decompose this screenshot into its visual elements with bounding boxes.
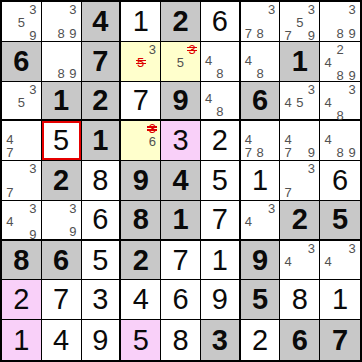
- solved-digit: 1: [212, 246, 228, 275]
- candidate-8: 8: [334, 69, 346, 82]
- cell-r7c6[interactable]: 1: [201, 241, 241, 281]
- candidate-9: 9: [67, 225, 79, 238]
- cell-r7c8[interactable]: 34: [280, 241, 320, 281]
- cell-r8c8[interactable]: 8: [280, 280, 320, 320]
- solved-digit: 5: [212, 166, 228, 195]
- cell-r1c2[interactable]: 389: [42, 2, 82, 42]
- cell-r7c1[interactable]: 8: [2, 241, 42, 281]
- given-digit: 6: [292, 326, 308, 355]
- cell-r5c4[interactable]: 9: [121, 161, 161, 201]
- candidates: 3579: [280, 2, 319, 41]
- given-digit: 9: [252, 246, 268, 275]
- candidate-3: 3: [67, 3, 79, 16]
- cell-r3c7[interactable]: 6: [241, 82, 281, 122]
- cell-r5c2[interactable]: 2: [42, 161, 82, 201]
- candidates: 348: [320, 82, 360, 120]
- cell-r1c1[interactable]: 359: [2, 2, 42, 42]
- candidates: 47: [2, 121, 41, 160]
- cell-r9c8[interactable]: 6: [280, 320, 320, 360]
- cell-r3c9[interactable]: 348: [320, 82, 360, 122]
- cell-r5c1[interactable]: 37: [2, 161, 42, 201]
- candidate-4: 4: [203, 92, 214, 105]
- candidate-3: 3: [67, 202, 79, 215]
- cell-r1c7[interactable]: 378: [241, 2, 281, 42]
- cell-r1c8[interactable]: 3579: [280, 2, 320, 42]
- cell-r6c8[interactable]: 2: [280, 201, 320, 241]
- cell-r7c9[interactable]: 34: [320, 241, 360, 281]
- candidate-9: 9: [67, 67, 79, 80]
- cell-r2c7[interactable]: 48: [241, 42, 281, 82]
- cell-r5c3[interactable]: 8: [82, 161, 122, 201]
- solved-digit: 8: [92, 166, 108, 195]
- cell-r2c3[interactable]: 7: [82, 42, 122, 82]
- solved-digit: 9: [92, 326, 108, 355]
- cell-r4c6[interactable]: 2: [201, 121, 241, 161]
- solved-digit: 6: [332, 166, 348, 195]
- solved-digit: 7: [212, 205, 228, 234]
- cell-r9c3[interactable]: 9: [82, 320, 122, 360]
- solved-digit: 1: [133, 7, 149, 36]
- cell-r6c5[interactable]: 1: [161, 201, 201, 241]
- given-digit: 2: [133, 246, 149, 275]
- candidates: 34: [241, 201, 280, 239]
- cell-r6c4[interactable]: 8: [121, 201, 161, 241]
- candidate-7: 7: [243, 146, 255, 159]
- cell-r4c4[interactable]: 36: [121, 121, 161, 161]
- cell-r5c8[interactable]: 37: [280, 161, 320, 201]
- given-digit: 5: [332, 205, 348, 234]
- candidate-8: 8: [254, 27, 266, 40]
- candidate-7: 7: [4, 146, 16, 159]
- cell-r5c7[interactable]: 1: [241, 161, 281, 201]
- solved-digit: 2: [13, 285, 29, 314]
- cell-r3c1[interactable]: 35: [2, 82, 42, 122]
- cell-r3c2[interactable]: 1: [42, 82, 82, 122]
- candidates: 2489: [320, 42, 360, 81]
- candidate-8: 8: [254, 146, 266, 159]
- cell-r9c9[interactable]: 7: [320, 320, 360, 360]
- candidates: 389: [42, 2, 81, 41]
- candidates: 359: [2, 2, 41, 41]
- cell-r4c5[interactable]: 3: [161, 121, 201, 161]
- cell-r6c3[interactable]: 6: [82, 201, 122, 241]
- candidate-3: 3: [266, 3, 278, 16]
- cell-r2c8[interactable]: 1: [280, 42, 320, 82]
- candidate-3-struck: 3: [186, 43, 198, 56]
- solved-digit: 8: [172, 326, 188, 355]
- candidate-9: 9: [306, 146, 318, 159]
- solved-digit: 6: [172, 285, 188, 314]
- candidate-3: 3: [346, 242, 358, 255]
- candidate-9: 9: [27, 29, 39, 42]
- cell-r8c4[interactable]: 4: [121, 280, 161, 320]
- cell-r4c3[interactable]: 1: [82, 121, 122, 161]
- candidate-8: 8: [334, 27, 346, 40]
- solved-digit: 5: [133, 326, 149, 355]
- cell-r8c1[interactable]: 2: [2, 280, 42, 320]
- candidate-4: 4: [322, 96, 334, 109]
- given-digit: 6: [13, 47, 29, 76]
- candidate-9: 9: [67, 27, 79, 40]
- candidate-4: 4: [322, 133, 334, 146]
- candidate-4: 4: [322, 56, 334, 69]
- cell-r6c9[interactable]: 5: [320, 201, 360, 241]
- given-digit: 1: [292, 47, 308, 76]
- cell-r9c4[interactable]: 5: [121, 320, 161, 360]
- candidate-7: 7: [243, 27, 255, 40]
- cell-r9c5[interactable]: 8: [161, 320, 201, 360]
- given-digit: 2: [292, 205, 308, 234]
- solved-digit: 7: [172, 246, 188, 275]
- candidate-3: 3: [147, 43, 159, 56]
- cell-r3c6[interactable]: 48: [201, 82, 241, 122]
- cell-r6c1[interactable]: 349: [2, 201, 42, 241]
- solved-digit: 2: [252, 326, 268, 355]
- cell-r2c1[interactable]: 6: [2, 42, 42, 82]
- solved-digit: 6: [92, 205, 108, 234]
- cell-r9c6[interactable]: 3: [201, 320, 241, 360]
- cell-r4c8[interactable]: 479: [280, 121, 320, 161]
- cell-r2c5[interactable]: 35: [161, 42, 201, 82]
- cell-r8c6[interactable]: 9: [201, 280, 241, 320]
- candidates: 349: [2, 201, 41, 239]
- candidate-4: 4: [282, 96, 294, 109]
- candidates: 34: [280, 241, 319, 280]
- cell-r8c7[interactable]: 5: [241, 280, 281, 320]
- candidates: 48: [241, 42, 280, 81]
- cell-r3c8[interactable]: 345: [280, 82, 320, 122]
- candidate-9: 9: [27, 228, 39, 241]
- given-digit: 2: [53, 166, 69, 195]
- candidates: 89: [42, 42, 81, 81]
- candidate-6: 6: [147, 135, 159, 148]
- cell-r3c4[interactable]: 7: [121, 82, 161, 122]
- candidate-3: 3: [346, 83, 358, 96]
- solved-digit: 4: [53, 326, 69, 355]
- cell-r2c6[interactable]: 48: [201, 42, 241, 82]
- candidate-4: 4: [203, 54, 214, 67]
- cell-r4c1[interactable]: 47: [2, 121, 42, 161]
- candidates: 36: [121, 121, 160, 160]
- candidate-2: 2: [334, 43, 346, 56]
- given-digit: 4: [92, 7, 108, 36]
- cell-r9c1[interactable]: 1: [2, 320, 42, 360]
- cell-r6c2[interactable]: 39: [42, 201, 82, 241]
- candidates: 35: [161, 42, 200, 81]
- candidate-9: 9: [346, 27, 358, 40]
- given-digit: 9: [133, 166, 149, 195]
- cell-r1c9[interactable]: 389: [320, 2, 360, 42]
- candidate-5: 5: [175, 56, 187, 69]
- candidate-5-struck: 5: [135, 56, 147, 69]
- candidate-3: 3: [306, 162, 318, 175]
- candidate-9: 9: [346, 69, 358, 82]
- solved-digit: 7: [133, 86, 149, 115]
- cell-r7c4[interactable]: 2: [121, 241, 161, 281]
- given-digit: 4: [172, 166, 188, 195]
- solved-digit: 3: [172, 126, 188, 155]
- cell-r3c3[interactable]: 2: [82, 82, 122, 122]
- candidate-8: 8: [55, 27, 67, 40]
- cell-r9c2[interactable]: 4: [42, 320, 82, 360]
- candidates: 479: [280, 121, 319, 160]
- solved-digit: 1: [13, 326, 29, 355]
- candidate-5: 5: [16, 96, 28, 109]
- cell-r5c5[interactable]: 4: [161, 161, 201, 201]
- solved-digit: 1: [252, 166, 268, 195]
- solved-digit: 3: [92, 285, 108, 314]
- candidates: 48: [201, 82, 239, 120]
- cell-r1c3[interactable]: 4: [82, 2, 122, 42]
- given-digit: 6: [53, 246, 69, 275]
- candidates: 34: [320, 241, 360, 280]
- given-digit: 9: [172, 86, 188, 115]
- cell-r7c2[interactable]: 6: [42, 241, 82, 281]
- candidate-8: 8: [334, 109, 346, 122]
- candidates: 389: [320, 2, 360, 41]
- candidate-8: 8: [254, 67, 266, 80]
- cell-r6c7[interactable]: 34: [241, 201, 281, 241]
- candidate-3: 3: [27, 83, 39, 96]
- given-digit: 1: [53, 86, 69, 115]
- candidates: 35: [2, 82, 41, 120]
- cell-r2c2[interactable]: 89: [42, 42, 82, 82]
- candidate-5: 5: [294, 96, 306, 109]
- candidate-3: 3: [306, 3, 318, 16]
- candidate-5: 5: [16, 16, 28, 29]
- candidate-4: 4: [243, 54, 255, 67]
- cell-r9c7[interactable]: 2: [241, 320, 281, 360]
- cell-r4c2[interactable]: 5: [42, 121, 82, 161]
- candidate-4: 4: [322, 255, 334, 268]
- given-digit: 5: [252, 285, 268, 314]
- candidate-4: 4: [4, 215, 16, 228]
- given-digit: 8: [133, 205, 149, 234]
- solved-digit: 9: [212, 285, 228, 314]
- sudoku-board: 3593894126378357938968973535484812489351…: [0, 0, 362, 362]
- solved-digit: 4: [133, 285, 149, 314]
- candidate-4: 4: [282, 255, 294, 268]
- candidate-8: 8: [55, 67, 67, 80]
- candidate-8: 8: [334, 146, 346, 159]
- candidate-3: 3: [346, 3, 358, 16]
- given-digit: 2: [172, 7, 188, 36]
- cell-r1c4[interactable]: 1: [121, 2, 161, 42]
- candidates: 48: [201, 42, 239, 81]
- given-digit: 7: [92, 47, 108, 76]
- candidate-3: 3: [306, 242, 318, 255]
- cell-r5c6[interactable]: 5: [201, 161, 241, 201]
- given-digit: 2: [92, 86, 108, 115]
- candidate-8: 8: [214, 105, 225, 118]
- candidates: 345: [280, 82, 319, 120]
- solved-digit: 1: [332, 285, 348, 314]
- cell-r3c5[interactable]: 9: [161, 82, 201, 122]
- given-digit: 7: [332, 326, 348, 355]
- cell-r4c7[interactable]: 478: [241, 121, 281, 161]
- given-digit: 3: [212, 326, 228, 355]
- given-digit: 8: [13, 246, 29, 275]
- candidate-7: 7: [282, 146, 294, 159]
- candidate-3: 3: [266, 202, 278, 215]
- cell-r8c5[interactable]: 6: [161, 280, 201, 320]
- solved-digit: 2: [212, 126, 228, 155]
- cell-r2c4[interactable]: 35: [121, 42, 161, 82]
- candidate-8: 8: [214, 67, 225, 80]
- cell-r1c5[interactable]: 2: [161, 2, 201, 42]
- candidate-3: 3: [27, 202, 39, 215]
- candidates: 39: [42, 201, 81, 239]
- given-digit: 1: [172, 205, 188, 234]
- candidate-3: 3: [27, 3, 39, 16]
- candidates: 378: [241, 2, 280, 41]
- solved-digit: 5: [53, 126, 69, 155]
- candidate-9: 9: [306, 29, 318, 42]
- given-digit: 6: [252, 86, 268, 115]
- cell-r5c9[interactable]: 6: [320, 161, 360, 201]
- cell-r1c6[interactable]: 6: [201, 2, 241, 42]
- solved-digit: 8: [292, 285, 308, 314]
- cell-r7c7[interactable]: 9: [241, 241, 281, 281]
- cell-r8c2[interactable]: 7: [42, 280, 82, 320]
- candidate-3: 3: [306, 83, 318, 96]
- cell-r6c6[interactable]: 7: [201, 201, 241, 241]
- cell-r7c3[interactable]: 5: [82, 241, 122, 281]
- cell-r8c9[interactable]: 1: [320, 280, 360, 320]
- candidates: 489: [320, 121, 360, 160]
- solved-digit: 7: [53, 285, 69, 314]
- candidate-7: 7: [4, 186, 16, 199]
- solved-digit: 5: [92, 246, 108, 275]
- cell-r7c5[interactable]: 7: [161, 241, 201, 281]
- candidate-4: 4: [243, 215, 255, 228]
- candidate-3: 3: [27, 162, 39, 175]
- cell-r2c9[interactable]: 2489: [320, 42, 360, 82]
- cell-r4c9[interactable]: 489: [320, 121, 360, 161]
- solved-digit: 6: [212, 7, 228, 36]
- candidate-9: 9: [346, 146, 358, 159]
- candidates: 37: [2, 161, 41, 200]
- candidates: 37: [280, 161, 319, 200]
- candidate-5: 5: [294, 16, 306, 29]
- given-digit: 1: [92, 126, 108, 155]
- cell-r8c3[interactable]: 3: [82, 280, 122, 320]
- candidates: 35: [121, 42, 160, 81]
- candidate-7: 7: [282, 29, 294, 42]
- candidate-7: 7: [282, 186, 294, 199]
- candidates: 478: [241, 121, 280, 160]
